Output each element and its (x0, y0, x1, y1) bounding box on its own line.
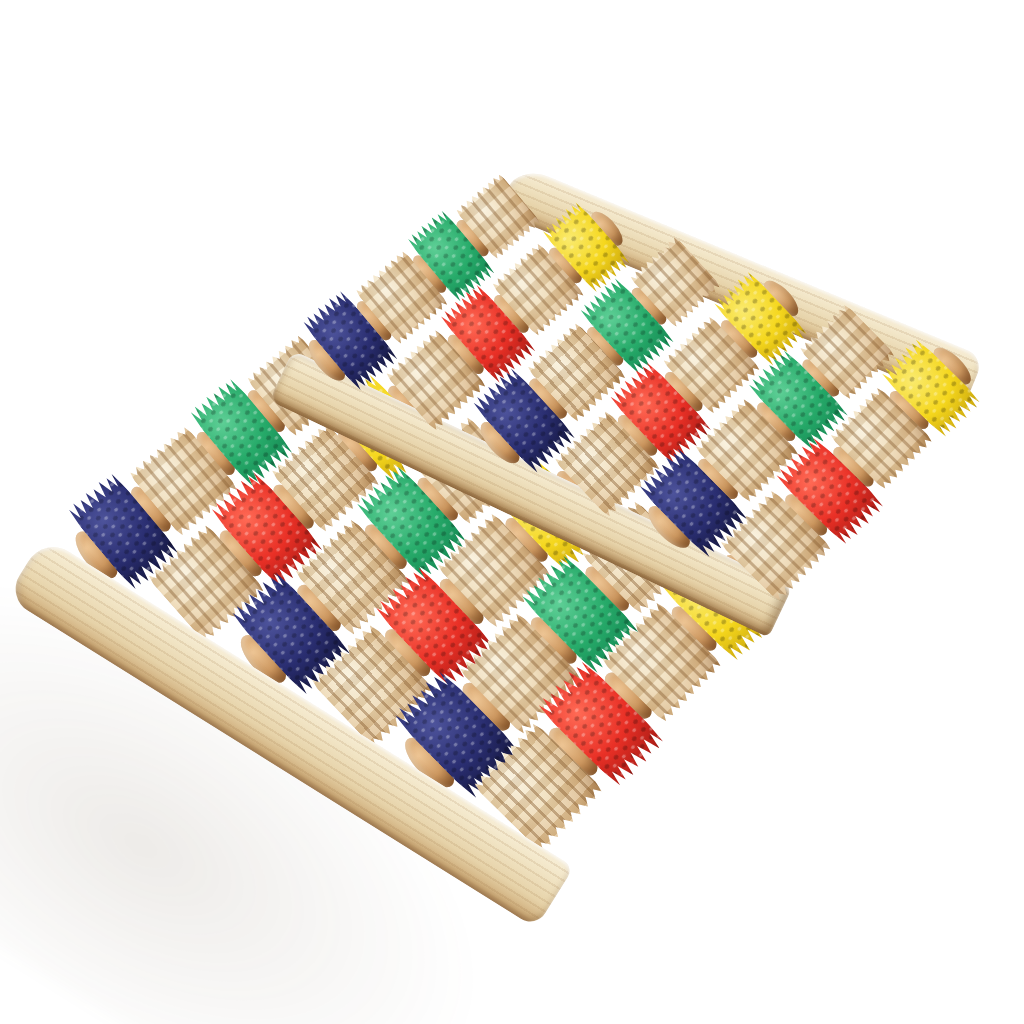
product-photo (0, 0, 1024, 1024)
